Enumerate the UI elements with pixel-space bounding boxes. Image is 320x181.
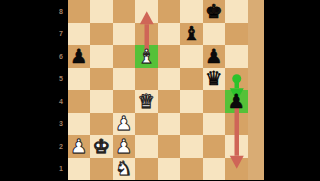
square-b4[interactable] xyxy=(90,90,113,113)
square-h1[interactable] xyxy=(225,158,248,181)
letterbox-left xyxy=(0,0,55,180)
rank-label-1: 1 xyxy=(55,158,67,181)
square-b6[interactable] xyxy=(90,45,113,68)
square-e7[interactable] xyxy=(158,23,181,46)
square-c6[interactable] xyxy=(113,45,136,68)
square-g2[interactable] xyxy=(203,135,226,158)
square-e1[interactable] xyxy=(158,158,181,181)
square-b1[interactable] xyxy=(90,158,113,181)
square-d8[interactable] xyxy=(135,0,158,23)
rank-label-3: 3 xyxy=(55,113,67,136)
square-b7[interactable] xyxy=(90,23,113,46)
square-a7[interactable] xyxy=(68,23,91,46)
rank-label-2: 2 xyxy=(55,135,67,158)
square-e6[interactable] xyxy=(158,45,181,68)
square-f1[interactable] xyxy=(180,158,203,181)
square-h3[interactable] xyxy=(225,113,248,136)
square-c8[interactable] xyxy=(113,0,136,23)
letterbox-right xyxy=(264,0,320,180)
piece-white-queen-d4[interactable]: ♛ xyxy=(135,90,158,113)
piece-white-knight-c1[interactable]: ♞ xyxy=(113,158,136,181)
square-a4[interactable] xyxy=(68,90,91,113)
square-h7[interactable] xyxy=(225,23,248,46)
square-g4[interactable] xyxy=(203,90,226,113)
square-f8[interactable] xyxy=(180,0,203,23)
square-e2[interactable] xyxy=(158,135,181,158)
square-f2[interactable] xyxy=(180,135,203,158)
square-f5[interactable] xyxy=(180,68,203,91)
piece-white-pawn-c2[interactable]: ♟ xyxy=(113,135,136,158)
square-b3[interactable] xyxy=(90,113,113,136)
square-d5[interactable] xyxy=(135,68,158,91)
square-e8[interactable] xyxy=(158,0,181,23)
square-a1[interactable] xyxy=(68,158,91,181)
piece-white-king-b2[interactable]: ♚ xyxy=(90,135,113,158)
piece-black-queen-g5[interactable]: ♛ xyxy=(203,68,226,91)
rank-label-7: 7 xyxy=(55,23,67,46)
square-h2[interactable] xyxy=(225,135,248,158)
square-c5[interactable] xyxy=(113,68,136,91)
piece-white-bishop-d6[interactable]: ♝ xyxy=(135,45,158,68)
square-f6[interactable] xyxy=(180,45,203,68)
square-h5[interactable] xyxy=(225,68,248,91)
rank-label-5: 5 xyxy=(55,68,67,91)
piece-black-pawn-a6[interactable]: ♟ xyxy=(68,45,91,68)
square-h6[interactable] xyxy=(225,45,248,68)
square-c7[interactable] xyxy=(113,23,136,46)
square-g7[interactable] xyxy=(203,23,226,46)
square-f3[interactable] xyxy=(180,113,203,136)
square-d1[interactable] xyxy=(135,158,158,181)
square-d3[interactable] xyxy=(135,113,158,136)
square-g3[interactable] xyxy=(203,113,226,136)
square-c4[interactable] xyxy=(113,90,136,113)
square-e5[interactable] xyxy=(158,68,181,91)
square-d2[interactable] xyxy=(135,135,158,158)
square-g1[interactable] xyxy=(203,158,226,181)
square-d7[interactable] xyxy=(135,23,158,46)
rank-coordinate-gutter: 87654321 xyxy=(55,0,67,180)
piece-black-king-g8[interactable]: ♚ xyxy=(203,0,226,23)
piece-black-pawn-h4[interactable]: ♟ xyxy=(225,90,248,113)
piece-black-pawn-g6[interactable]: ♟ xyxy=(203,45,226,68)
square-f4[interactable] xyxy=(180,90,203,113)
rank-label-4: 4 xyxy=(55,90,67,113)
square-a8[interactable] xyxy=(68,0,91,23)
rank-label-6: 6 xyxy=(55,45,67,68)
square-b8[interactable] xyxy=(90,0,113,23)
square-b5[interactable] xyxy=(90,68,113,91)
square-e3[interactable] xyxy=(158,113,181,136)
board-frame-strip xyxy=(248,0,265,180)
piece-black-bishop-f7[interactable]: ♝ xyxy=(180,23,203,46)
square-a5[interactable] xyxy=(68,68,91,91)
square-e4[interactable] xyxy=(158,90,181,113)
piece-white-pawn-c3[interactable]: ♟ xyxy=(113,113,136,136)
video-frame: 87654321 ♚♝♟♝♟♛♛♟♟♟♚♟♞ xyxy=(0,0,320,180)
piece-white-pawn-a2[interactable]: ♟ xyxy=(68,135,91,158)
square-a3[interactable] xyxy=(68,113,91,136)
rank-label-8: 8 xyxy=(55,0,67,23)
square-h8[interactable] xyxy=(225,0,248,23)
